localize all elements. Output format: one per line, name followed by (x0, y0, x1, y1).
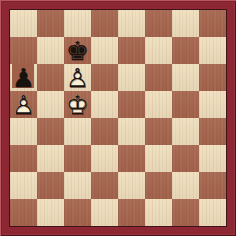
square-e5[interactable] (118, 91, 145, 118)
square-d2[interactable] (91, 172, 118, 199)
square-d8[interactable] (91, 10, 118, 37)
square-e8[interactable] (118, 10, 145, 37)
square-a4[interactable] (10, 118, 37, 145)
square-b4[interactable] (37, 118, 64, 145)
square-e6[interactable] (118, 64, 145, 91)
board-frame: ♚♟♟♙♟♙♚♔ (0, 0, 236, 236)
square-a8[interactable] (10, 10, 37, 37)
square-b8[interactable] (37, 10, 64, 37)
square-f2[interactable] (145, 172, 172, 199)
square-b1[interactable] (37, 199, 64, 226)
piece-white-king[interactable]: ♚♔ (64, 91, 91, 118)
square-f3[interactable] (145, 145, 172, 172)
square-g1[interactable] (172, 199, 199, 226)
square-h1[interactable] (199, 199, 226, 226)
square-d1[interactable] (91, 199, 118, 226)
square-f6[interactable] (145, 64, 172, 91)
square-c8[interactable] (64, 10, 91, 37)
square-g3[interactable] (172, 145, 199, 172)
piece-white-pawn[interactable]: ♟♙ (10, 91, 37, 118)
square-d6[interactable] (91, 64, 118, 91)
piece-black-pawn[interactable]: ♟ (10, 64, 37, 91)
square-f1[interactable] (145, 199, 172, 226)
black-piece-glyph: ♚ (66, 38, 89, 64)
square-f8[interactable] (145, 10, 172, 37)
square-e2[interactable] (118, 172, 145, 199)
square-c5[interactable]: ♚♔ (64, 91, 91, 118)
square-c6[interactable]: ♟♙ (64, 64, 91, 91)
square-c3[interactable] (64, 145, 91, 172)
square-h4[interactable] (199, 118, 226, 145)
square-a6[interactable]: ♟ (10, 64, 37, 91)
square-f7[interactable] (145, 37, 172, 64)
square-e7[interactable] (118, 37, 145, 64)
square-a2[interactable] (10, 172, 37, 199)
square-d7[interactable] (91, 37, 118, 64)
square-a5[interactable]: ♟♙ (10, 91, 37, 118)
piece-black-king[interactable]: ♚ (64, 37, 91, 64)
square-h8[interactable] (199, 10, 226, 37)
square-b7[interactable] (37, 37, 64, 64)
piece-white-pawn[interactable]: ♟♙ (64, 64, 91, 91)
square-b5[interactable] (37, 91, 64, 118)
square-b6[interactable] (37, 64, 64, 91)
square-d3[interactable] (91, 145, 118, 172)
square-e4[interactable] (118, 118, 145, 145)
square-h7[interactable] (199, 37, 226, 64)
square-h6[interactable] (199, 64, 226, 91)
white-piece-outline-glyph: ♙ (12, 92, 35, 118)
square-g4[interactable] (172, 118, 199, 145)
square-g7[interactable] (172, 37, 199, 64)
square-g5[interactable] (172, 91, 199, 118)
square-f4[interactable] (145, 118, 172, 145)
chess-board: ♚♟♟♙♟♙♚♔ (9, 9, 227, 227)
square-d4[interactable] (91, 118, 118, 145)
square-e1[interactable] (118, 199, 145, 226)
square-f5[interactable] (145, 91, 172, 118)
square-a3[interactable] (10, 145, 37, 172)
square-g6[interactable] (172, 64, 199, 91)
square-b2[interactable] (37, 172, 64, 199)
square-h3[interactable] (199, 145, 226, 172)
black-piece-glyph: ♟ (12, 65, 35, 91)
square-h2[interactable] (199, 172, 226, 199)
square-c2[interactable] (64, 172, 91, 199)
square-g8[interactable] (172, 10, 199, 37)
square-h5[interactable] (199, 91, 226, 118)
white-piece-outline-glyph: ♙ (66, 65, 89, 91)
square-c7[interactable]: ♚ (64, 37, 91, 64)
white-piece-outline-glyph: ♔ (66, 92, 89, 118)
square-g2[interactable] (172, 172, 199, 199)
square-e3[interactable] (118, 145, 145, 172)
square-b3[interactable] (37, 145, 64, 172)
square-a1[interactable] (10, 199, 37, 226)
square-a7[interactable] (10, 37, 37, 64)
square-d5[interactable] (91, 91, 118, 118)
square-c1[interactable] (64, 199, 91, 226)
square-c4[interactable] (64, 118, 91, 145)
